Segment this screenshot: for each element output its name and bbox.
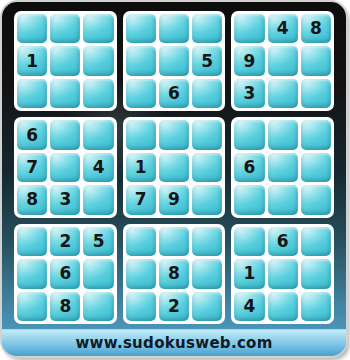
- cell-r4c4[interactable]: [126, 120, 156, 149]
- cell-r4c9[interactable]: [301, 120, 331, 149]
- cell-r6c6[interactable]: [192, 185, 222, 214]
- cell-r9c7[interactable]: 4: [234, 292, 264, 321]
- cell-r6c9[interactable]: [301, 185, 331, 214]
- cell-r8c8[interactable]: [268, 259, 298, 288]
- cell-r2c5[interactable]: [159, 46, 189, 75]
- cell-r9c6[interactable]: [192, 292, 222, 321]
- cell-r8c5[interactable]: 8: [159, 259, 189, 288]
- cell-r3c5[interactable]: 6: [159, 79, 189, 108]
- cell-r5c1[interactable]: 7: [17, 153, 47, 182]
- cell-r5c7[interactable]: 6: [234, 153, 264, 182]
- cell-r8c1[interactable]: [17, 259, 47, 288]
- cell-r7c2[interactable]: 2: [50, 227, 80, 256]
- cell-r5c8[interactable]: [268, 153, 298, 182]
- cell-r3c9[interactable]: [301, 79, 331, 108]
- cell-r5c6[interactable]: [192, 153, 222, 182]
- cell-r7c4[interactable]: [126, 227, 156, 256]
- cell-r7c3[interactable]: 5: [83, 227, 113, 256]
- cell-r7c5[interactable]: [159, 227, 189, 256]
- cell-r3c1[interactable]: [17, 79, 47, 108]
- site-url-link[interactable]: www.sudokusweb.com: [75, 334, 272, 352]
- cell-r6c2[interactable]: 3: [50, 185, 80, 214]
- cell-r3c7[interactable]: 3: [234, 79, 264, 108]
- cell-r1c7[interactable]: [234, 14, 264, 43]
- cell-r1c5[interactable]: [159, 14, 189, 43]
- cell-r6c5[interactable]: 9: [159, 185, 189, 214]
- cell-r3c8[interactable]: [268, 79, 298, 108]
- cell-r9c3[interactable]: [83, 292, 113, 321]
- cell-r7c8[interactable]: 6: [268, 227, 298, 256]
- cell-r6c8[interactable]: [268, 185, 298, 214]
- cell-r2c6[interactable]: 5: [192, 46, 222, 75]
- cell-r9c8[interactable]: [268, 292, 298, 321]
- cell-r1c4[interactable]: [126, 14, 156, 43]
- cell-r2c1[interactable]: 1: [17, 46, 47, 75]
- cell-r5c4[interactable]: 1: [126, 153, 156, 182]
- cell-r7c6[interactable]: [192, 227, 222, 256]
- cell-r6c4[interactable]: 7: [126, 185, 156, 214]
- cell-r4c7[interactable]: [234, 120, 264, 149]
- box-3-1: 2568: [14, 224, 117, 324]
- sudoku-board: 1564893674831796256882614 www.sudokusweb…: [2, 2, 346, 356]
- cell-r1c1[interactable]: [17, 14, 47, 43]
- box-2-3: 6: [231, 117, 334, 217]
- cell-r5c2[interactable]: [50, 153, 80, 182]
- cell-r5c5[interactable]: [159, 153, 189, 182]
- cell-r9c1[interactable]: [17, 292, 47, 321]
- cell-r3c3[interactable]: [83, 79, 113, 108]
- cell-r6c3[interactable]: [83, 185, 113, 214]
- cell-r4c8[interactable]: [268, 120, 298, 149]
- cell-r1c3[interactable]: [83, 14, 113, 43]
- footer-bar: www.sudokusweb.com: [2, 329, 346, 356]
- cell-r3c2[interactable]: [50, 79, 80, 108]
- cell-r1c2[interactable]: [50, 14, 80, 43]
- cell-r6c1[interactable]: 8: [17, 185, 47, 214]
- cell-r1c6[interactable]: [192, 14, 222, 43]
- cell-r5c3[interactable]: 4: [83, 153, 113, 182]
- cell-r9c2[interactable]: 8: [50, 292, 80, 321]
- cell-r8c7[interactable]: 1: [234, 259, 264, 288]
- cell-r3c6[interactable]: [192, 79, 222, 108]
- cell-r8c9[interactable]: [301, 259, 331, 288]
- cell-r1c8[interactable]: 4: [268, 14, 298, 43]
- box-2-2: 179: [123, 117, 226, 217]
- cell-r7c7[interactable]: [234, 227, 264, 256]
- cell-r2c9[interactable]: [301, 46, 331, 75]
- box-3-3: 614: [231, 224, 334, 324]
- cell-r7c9[interactable]: [301, 227, 331, 256]
- cell-r5c9[interactable]: [301, 153, 331, 182]
- cell-r8c6[interactable]: [192, 259, 222, 288]
- cell-r2c8[interactable]: [268, 46, 298, 75]
- cell-r8c3[interactable]: [83, 259, 113, 288]
- box-2-1: 67483: [14, 117, 117, 217]
- box-1-3: 4893: [231, 11, 334, 111]
- cell-r4c3[interactable]: [83, 120, 113, 149]
- sudoku-grid: 1564893674831796256882614: [2, 2, 346, 329]
- cell-r7c1[interactable]: [17, 227, 47, 256]
- cell-r9c4[interactable]: [126, 292, 156, 321]
- cell-r2c2[interactable]: [50, 46, 80, 75]
- cell-r9c9[interactable]: [301, 292, 331, 321]
- cell-r4c2[interactable]: [50, 120, 80, 149]
- box-3-2: 82: [123, 224, 226, 324]
- box-1-2: 56: [123, 11, 226, 111]
- cell-r9c5[interactable]: 2: [159, 292, 189, 321]
- cell-r3c4[interactable]: [126, 79, 156, 108]
- cell-r2c7[interactable]: 9: [234, 46, 264, 75]
- cell-r1c9[interactable]: 8: [301, 14, 331, 43]
- cell-r4c6[interactable]: [192, 120, 222, 149]
- cell-r6c7[interactable]: [234, 185, 264, 214]
- cell-r4c1[interactable]: 6: [17, 120, 47, 149]
- cell-r2c4[interactable]: [126, 46, 156, 75]
- box-1-1: 1: [14, 11, 117, 111]
- cell-r4c5[interactable]: [159, 120, 189, 149]
- cell-r8c2[interactable]: 6: [50, 259, 80, 288]
- cell-r8c4[interactable]: [126, 259, 156, 288]
- cell-r2c3[interactable]: [83, 46, 113, 75]
